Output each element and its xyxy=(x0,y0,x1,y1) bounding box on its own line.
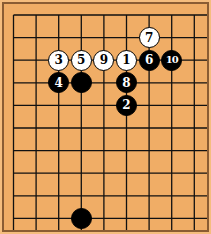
stone-move-number: 4 xyxy=(55,77,63,89)
stone-black-4: 4 xyxy=(48,72,69,93)
stone-white-7: 7 xyxy=(139,27,160,48)
stone-white-3: 3 xyxy=(48,50,69,71)
stone-move-number: 6 xyxy=(145,54,153,66)
stones-layer: 35917610482 xyxy=(0,0,211,234)
stone-white-1: 1 xyxy=(116,50,137,71)
stone-move-number: 5 xyxy=(77,54,85,66)
stone-black-plain xyxy=(71,72,92,93)
stone-move-number: 7 xyxy=(145,32,153,44)
stone-move-number: 9 xyxy=(100,54,108,66)
stone-black-plain xyxy=(71,208,92,229)
stone-black-8: 8 xyxy=(116,72,137,93)
stone-move-number: 10 xyxy=(166,55,178,65)
go-board: 35917610482 xyxy=(0,0,211,234)
stone-move-number: 1 xyxy=(122,54,130,66)
stone-black-10: 10 xyxy=(161,50,182,71)
stone-white-5: 5 xyxy=(71,50,92,71)
stone-move-number: 3 xyxy=(55,54,63,66)
stone-black-6: 6 xyxy=(139,50,160,71)
stone-black-2: 2 xyxy=(116,95,137,116)
stone-white-9: 9 xyxy=(93,50,114,71)
stone-move-number: 2 xyxy=(122,99,130,111)
stone-move-number: 8 xyxy=(122,77,130,89)
